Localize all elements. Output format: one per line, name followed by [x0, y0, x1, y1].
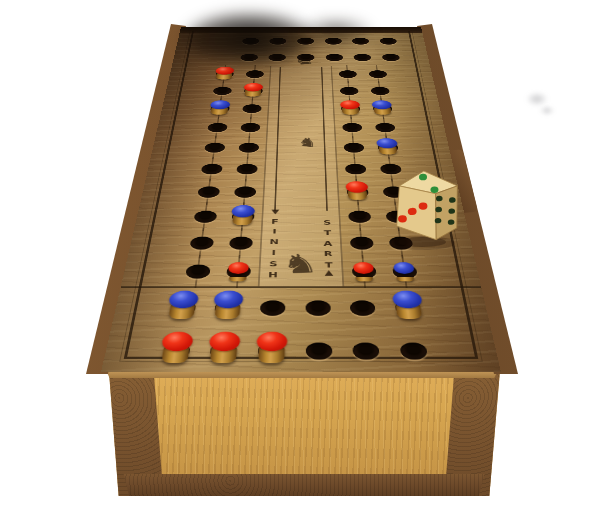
hole[interactable] — [200, 164, 222, 174]
cell-r10-c1[interactable] — [175, 257, 220, 287]
cell-r6-c1[interactable] — [192, 158, 230, 180]
hole[interactable] — [354, 54, 372, 61]
peg-wood-body — [355, 277, 373, 281]
finish-arrow-icon: ▼ — [269, 208, 282, 215]
hole[interactable] — [238, 143, 259, 153]
hole[interactable] — [339, 87, 358, 95]
cell-r1-c3[interactable] — [249, 288, 296, 329]
cell-r1-c6[interactable] — [374, 33, 404, 49]
hole[interactable] — [400, 343, 429, 360]
cell-r2-c3[interactable] — [246, 329, 295, 374]
product-photo: ▼ F I N I S H S T A R T ▲ ♞ ♞ ♞ — [0, 0, 600, 506]
color-die[interactable] — [392, 163, 466, 253]
peg-cap — [376, 138, 398, 148]
cell-r3-c2[interactable] — [365, 99, 399, 117]
cell-r2-c2[interactable] — [363, 82, 396, 99]
hole[interactable] — [197, 186, 220, 197]
cell-r1-c5[interactable] — [340, 288, 388, 329]
peg-red[interactable] — [345, 180, 370, 200]
peg-red[interactable] — [214, 66, 235, 80]
peg-red[interactable] — [242, 82, 263, 97]
cell-r1-c1[interactable] — [208, 66, 240, 82]
hole[interactable] — [207, 123, 228, 132]
hole[interactable] — [229, 236, 253, 249]
cell-r2-c4[interactable] — [320, 49, 349, 66]
cell-r10-c2[interactable] — [382, 257, 427, 287]
hole[interactable] — [193, 210, 217, 222]
horse-engraving-icon: ♞ — [280, 248, 319, 280]
hole[interactable] — [305, 300, 330, 315]
hole[interactable] — [338, 70, 356, 78]
hole[interactable] — [382, 54, 400, 61]
hole[interactable] — [212, 87, 231, 95]
hole[interactable] — [342, 123, 362, 132]
cell-r2-c1[interactable] — [333, 82, 365, 99]
cell-r2-c2[interactable] — [237, 82, 269, 99]
cell-r2-c5[interactable] — [342, 329, 393, 374]
peg-blue[interactable] — [371, 99, 394, 115]
cell-r2-c1[interactable] — [149, 329, 203, 374]
peg-blue[interactable] — [375, 137, 400, 155]
cell-r4-c1[interactable] — [199, 118, 235, 137]
box-bottom-rail — [120, 474, 488, 496]
cell-r5-c1[interactable] — [336, 137, 372, 158]
cell-r1-c2[interactable] — [203, 288, 252, 329]
hole[interactable] — [343, 143, 364, 153]
cell-r5-c2[interactable] — [230, 137, 266, 158]
cell-r7-c2[interactable] — [225, 180, 263, 204]
peg-blue[interactable] — [390, 289, 425, 320]
die-right-face — [434, 186, 459, 240]
start-track-line — [321, 67, 328, 211]
peg-cap — [393, 262, 415, 274]
hole[interactable] — [326, 54, 344, 61]
peg-red[interactable] — [158, 330, 196, 365]
hole[interactable] — [240, 123, 260, 132]
cell-r10-c1[interactable] — [343, 257, 386, 287]
cell-r7-c1[interactable] — [338, 180, 376, 204]
hole[interactable] — [380, 38, 398, 45]
peg-red[interactable] — [206, 330, 242, 365]
cell-r1-c6[interactable] — [383, 288, 434, 329]
peg-red[interactable] — [226, 261, 249, 282]
cell-r1-c1[interactable] — [157, 288, 208, 329]
peg-wood-body — [396, 277, 414, 281]
cell-r1-c2[interactable] — [239, 66, 270, 82]
peg-cap — [345, 181, 368, 192]
left-track-grid — [144, 66, 270, 286]
hole[interactable] — [236, 164, 258, 174]
hole[interactable] — [260, 300, 286, 315]
horse-engraving-icon: ♞ — [296, 134, 321, 150]
cell-r9-c1[interactable] — [180, 229, 223, 256]
cell-r1-c4[interactable] — [295, 288, 341, 329]
cell-r1-c1[interactable] — [332, 66, 363, 82]
cell-r8-c2[interactable] — [223, 204, 263, 229]
cell-r7-c1[interactable] — [188, 180, 228, 204]
cell-r2-c4[interactable] — [295, 329, 344, 374]
hole[interactable] — [185, 264, 211, 278]
cell-r6-c2[interactable] — [228, 158, 265, 180]
foreground-blur — [298, 16, 374, 46]
cell-r4-c2[interactable] — [233, 118, 268, 137]
finish-label: F I N I S H — [266, 216, 282, 281]
cell-r5-c2[interactable] — [369, 137, 406, 158]
cell-r2-c2[interactable] — [197, 329, 249, 374]
hole[interactable] — [348, 210, 371, 222]
hole[interactable] — [375, 123, 396, 132]
cell-r3-c1[interactable] — [202, 99, 236, 117]
peg-blue[interactable] — [165, 289, 201, 320]
hole[interactable] — [350, 300, 376, 315]
center-lane: ▼ F I N I S H S T A R T ▲ ♞ ♞ ♞ — [258, 66, 344, 286]
peg-cap — [256, 332, 287, 351]
cell-r2-c6[interactable] — [376, 49, 407, 66]
foreground-blur — [183, 12, 315, 66]
photo-artifact — [526, 92, 548, 106]
hole[interactable] — [345, 164, 367, 174]
cell-r9-c2[interactable] — [220, 229, 261, 256]
hole[interactable] — [189, 236, 214, 249]
peg-cap — [340, 100, 360, 109]
cell-r3-c2[interactable] — [235, 99, 268, 117]
peg-blue[interactable] — [208, 99, 231, 115]
finish-track-line — [275, 67, 282, 211]
hole[interactable] — [370, 87, 389, 95]
cell-r3-c1[interactable] — [334, 99, 367, 117]
hole[interactable] — [349, 236, 373, 249]
peg-cap — [228, 262, 249, 274]
peg-cap — [372, 100, 393, 109]
peg-blue[interactable] — [230, 204, 256, 226]
peg-red[interactable] — [254, 330, 288, 365]
cell-r8-c1[interactable] — [184, 204, 225, 229]
peg-cap — [353, 262, 374, 274]
hole[interactable] — [368, 70, 387, 78]
cell-r4-c1[interactable] — [335, 118, 370, 137]
peg-red[interactable] — [352, 261, 375, 282]
start-arrow-icon: ▲ — [322, 268, 336, 277]
cell-r1-c2[interactable] — [362, 66, 394, 82]
cell-r2-c5[interactable] — [348, 49, 378, 66]
bottom-home-rows — [101, 286, 501, 372]
photo-artifact — [540, 106, 554, 115]
cell-r10-c2[interactable] — [216, 257, 259, 287]
cell-r2-c1[interactable] — [205, 82, 238, 99]
start-label: S T A R T — [320, 218, 336, 271]
peg-red[interactable] — [339, 99, 361, 115]
cell-r8-c1[interactable] — [340, 204, 380, 229]
hole[interactable] — [242, 104, 261, 113]
hole[interactable] — [306, 343, 333, 360]
cell-r4-c2[interactable] — [367, 118, 403, 137]
peg-wood-body — [229, 277, 247, 281]
cell-r5-c1[interactable] — [196, 137, 233, 158]
hole[interactable] — [353, 343, 381, 360]
cell-r9-c1[interactable] — [341, 229, 382, 256]
peg-blue[interactable] — [211, 289, 245, 320]
peg-blue[interactable] — [392, 261, 417, 282]
hole[interactable] — [245, 70, 263, 78]
hole[interactable] — [234, 186, 256, 197]
cell-r6-c1[interactable] — [337, 158, 374, 180]
cell-r2-c6[interactable] — [388, 329, 442, 374]
hole[interactable] — [204, 143, 225, 153]
